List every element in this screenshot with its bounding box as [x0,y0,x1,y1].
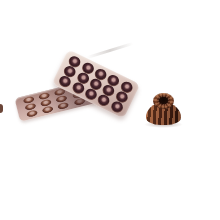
faint-streak [87,42,134,59]
photo-canvas [0,0,220,220]
left-edge-speck [0,104,3,113]
chocolate-hole-icon [159,97,168,104]
chocolate-praline [146,93,181,126]
